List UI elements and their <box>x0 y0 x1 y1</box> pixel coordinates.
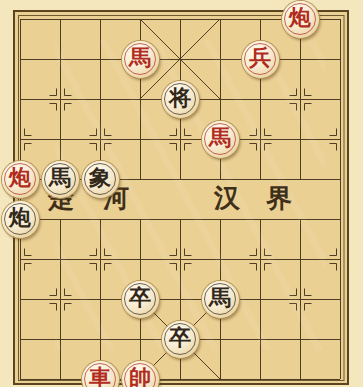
pieces-layer: 炮馬兵将馬炮馬象炮卒馬卒車帥 <box>0 0 360 387</box>
piece-red-cannon[interactable]: 炮 <box>2 161 39 198</box>
piece-label: 兵 <box>249 47 271 69</box>
piece-label: 馬 <box>209 287 231 309</box>
piece-black-general[interactable]: 将 <box>162 81 199 118</box>
piece-red-horse[interactable]: 馬 <box>202 121 239 158</box>
piece-black-cannon[interactable]: 炮 <box>2 201 39 238</box>
piece-red-soldier[interactable]: 兵 <box>242 41 279 78</box>
piece-black-soldier[interactable]: 卒 <box>122 281 159 318</box>
piece-black-elephant[interactable]: 象 <box>82 161 119 198</box>
piece-black-horse[interactable]: 馬 <box>42 161 79 198</box>
piece-label: 馬 <box>209 127 231 149</box>
piece-label: 炮 <box>9 207 31 229</box>
piece-label: 馬 <box>129 47 151 69</box>
piece-label: 馬 <box>49 167 71 189</box>
piece-black-horse[interactable]: 馬 <box>202 281 239 318</box>
piece-label: 象 <box>89 167 111 189</box>
piece-label: 卒 <box>169 327 191 349</box>
piece-label: 車 <box>89 367 111 387</box>
piece-red-cannon[interactable]: 炮 <box>282 1 319 38</box>
piece-label: 将 <box>169 87 191 109</box>
piece-label: 帥 <box>129 367 151 387</box>
piece-label: 炮 <box>9 167 31 189</box>
piece-label: 炮 <box>289 7 311 29</box>
piece-label: 卒 <box>129 287 151 309</box>
piece-black-soldier[interactable]: 卒 <box>162 321 199 358</box>
piece-red-horse[interactable]: 馬 <box>122 41 159 78</box>
xiangqi-board: 楚河 汉界 炮馬兵将馬炮馬象炮卒馬卒車帥 <box>0 0 363 387</box>
piece-red-general[interactable]: 帥 <box>122 361 159 387</box>
piece-red-chariot[interactable]: 車 <box>82 361 119 387</box>
